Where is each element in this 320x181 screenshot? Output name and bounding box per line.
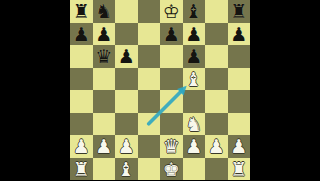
square-e1[interactable]: ♚ <box>160 158 183 181</box>
square-h5[interactable] <box>228 68 251 91</box>
white-pawn-c2[interactable]: ♟ <box>115 135 138 158</box>
square-f7[interactable]: ♟ <box>183 23 206 46</box>
square-e8[interactable]: ♔ <box>160 0 183 23</box>
square-a7[interactable]: ♟ <box>70 23 93 46</box>
square-c6[interactable]: ♟ <box>115 45 138 68</box>
white-pawn-g2[interactable]: ♟ <box>205 135 228 158</box>
square-g1[interactable] <box>205 158 228 181</box>
square-b1[interactable] <box>93 158 116 181</box>
square-d8[interactable] <box>138 0 161 23</box>
square-d5[interactable] <box>138 68 161 91</box>
square-f3[interactable]: ♞ <box>183 113 206 136</box>
square-a2[interactable]: ♟ <box>70 135 93 158</box>
square-a8[interactable]: ♜ <box>70 0 93 23</box>
square-c7[interactable] <box>115 23 138 46</box>
white-bishop-c1[interactable]: ♝ <box>115 158 138 181</box>
square-a4[interactable] <box>70 90 93 113</box>
square-e6[interactable] <box>160 45 183 68</box>
square-b6[interactable]: ♛ <box>93 45 116 68</box>
square-h4[interactable] <box>228 90 251 113</box>
square-g6[interactable] <box>205 45 228 68</box>
black-queen-b6[interactable]: ♛ <box>93 45 116 68</box>
black-rook-h8[interactable]: ♜ <box>228 0 251 23</box>
square-g8[interactable] <box>205 0 228 23</box>
black-bishop-f8[interactable]: ♝ <box>183 0 206 23</box>
square-d3[interactable] <box>138 113 161 136</box>
square-c5[interactable] <box>115 68 138 91</box>
square-c2[interactable]: ♟ <box>115 135 138 158</box>
white-king-e1[interactable]: ♚ <box>160 158 183 181</box>
white-queen-e2[interactable]: ♛ <box>160 135 183 158</box>
square-h7[interactable]: ♟ <box>228 23 251 46</box>
square-e2[interactable]: ♛ <box>160 135 183 158</box>
square-f6[interactable]: ♟ <box>183 45 206 68</box>
square-a3[interactable] <box>70 113 93 136</box>
white-pawn-f2[interactable]: ♟ <box>183 135 206 158</box>
square-b3[interactable] <box>93 113 116 136</box>
square-f5[interactable]: ♝ <box>183 68 206 91</box>
square-d1[interactable] <box>138 158 161 181</box>
black-pawn-c6[interactable]: ♟ <box>115 45 138 68</box>
square-f2[interactable]: ♟ <box>183 135 206 158</box>
square-g7[interactable] <box>205 23 228 46</box>
square-g4[interactable] <box>205 90 228 113</box>
square-h6[interactable] <box>228 45 251 68</box>
white-rook-h1[interactable]: ♜ <box>228 158 251 181</box>
square-g3[interactable] <box>205 113 228 136</box>
square-d7[interactable] <box>138 23 161 46</box>
square-c3[interactable] <box>115 113 138 136</box>
square-b5[interactable] <box>93 68 116 91</box>
black-pawn-f6[interactable]: ♟ <box>183 45 206 68</box>
square-b7[interactable]: ♟ <box>93 23 116 46</box>
square-c1[interactable]: ♝ <box>115 158 138 181</box>
black-pawn-h7[interactable]: ♟ <box>228 23 251 46</box>
white-pawn-b2[interactable]: ♟ <box>93 135 116 158</box>
square-e5[interactable] <box>160 68 183 91</box>
white-knight-f3[interactable]: ♞ <box>183 113 206 136</box>
square-c8[interactable] <box>115 0 138 23</box>
black-pawn-e7[interactable]: ♟ <box>160 23 183 46</box>
white-bishop-f5[interactable]: ♝ <box>183 68 206 91</box>
square-h1[interactable]: ♜ <box>228 158 251 181</box>
square-d2[interactable] <box>138 135 161 158</box>
square-c4[interactable] <box>115 90 138 113</box>
black-king-e8[interactable]: ♔ <box>160 0 183 23</box>
square-h3[interactable] <box>228 113 251 136</box>
black-pawn-f7[interactable]: ♟ <box>183 23 206 46</box>
square-b4[interactable] <box>93 90 116 113</box>
square-e3[interactable] <box>160 113 183 136</box>
square-f4[interactable] <box>183 90 206 113</box>
white-pawn-a2[interactable]: ♟ <box>70 135 93 158</box>
square-f8[interactable]: ♝ <box>183 0 206 23</box>
white-rook-a1[interactable]: ♜ <box>70 158 93 181</box>
square-a5[interactable] <box>70 68 93 91</box>
white-pawn-h2[interactable]: ♟ <box>228 135 251 158</box>
square-a1[interactable]: ♜ <box>70 158 93 181</box>
black-knight-b8[interactable]: ♞ <box>93 0 116 23</box>
square-h2[interactable]: ♟ <box>228 135 251 158</box>
square-b8[interactable]: ♞ <box>93 0 116 23</box>
square-a6[interactable] <box>70 45 93 68</box>
black-rook-a8[interactable]: ♜ <box>70 0 93 23</box>
square-e4[interactable] <box>160 90 183 113</box>
square-g5[interactable] <box>205 68 228 91</box>
square-d6[interactable] <box>138 45 161 68</box>
square-b2[interactable]: ♟ <box>93 135 116 158</box>
black-pawn-a7[interactable]: ♟ <box>70 23 93 46</box>
letterbox-background: ♜♞♔♝♜♟♟♟♟♟♛♟♟♝♞♟♟♟♛♟♟♟♜♝♚♜ <box>0 0 320 180</box>
square-h8[interactable]: ♜ <box>228 0 251 23</box>
square-g2[interactable]: ♟ <box>205 135 228 158</box>
square-e7[interactable]: ♟ <box>160 23 183 46</box>
square-d4[interactable] <box>138 90 161 113</box>
square-f1[interactable] <box>183 158 206 181</box>
black-pawn-b7[interactable]: ♟ <box>93 23 116 46</box>
chess-board[interactable]: ♜♞♔♝♜♟♟♟♟♟♛♟♟♝♞♟♟♟♛♟♟♟♜♝♚♜ <box>70 0 250 180</box>
